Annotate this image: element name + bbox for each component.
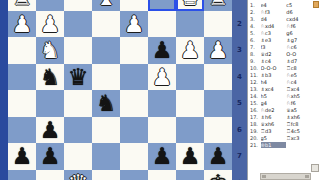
chess-app-window: ♜♝♚♜♟♟♟♞♟♟♟♞♛♟♞♟♟♟♟♟♟♛♚ 12345678 1.e4c52…: [0, 0, 320, 180]
square-c7[interactable]: ♟: [148, 143, 176, 170]
square-h4[interactable]: [8, 64, 36, 91]
black-king-piece: ♚: [208, 170, 229, 180]
white-move-cell[interactable]: f3: [261, 44, 287, 50]
square-c3[interactable]: ♟: [148, 37, 176, 64]
black-pawn-piece: ♟: [152, 143, 173, 169]
move-number: 2.: [250, 9, 261, 15]
rank-label-2: 2: [232, 20, 247, 28]
white-pawn-piece: ♟: [152, 64, 173, 90]
move-number: 5.: [250, 30, 261, 36]
square-e4[interactable]: [92, 64, 120, 91]
move-row-12: 12.h4♘c4: [250, 79, 312, 86]
rank-label-3: 3: [232, 46, 247, 54]
black-move-cell[interactable]: ♖fc8: [286, 121, 312, 127]
resize-grip[interactable]: [311, 164, 319, 172]
square-f1[interactable]: [64, 0, 92, 11]
white-move-cell[interactable]: ♖d3: [261, 128, 287, 134]
square-f2[interactable]: [64, 11, 92, 38]
square-g8[interactable]: [36, 170, 64, 181]
black-move-cell[interactable]: ♘c4: [286, 79, 312, 85]
move-number: 13.: [250, 86, 261, 92]
white-move-cell[interactable]: d4: [261, 16, 287, 22]
square-b3[interactable]: ♟: [176, 37, 204, 64]
black-move-cell[interactable]: ♘c6: [286, 44, 312, 50]
black-move-cell[interactable]: d6: [286, 9, 312, 15]
square-h3[interactable]: [8, 37, 36, 64]
white-knight-piece: ♞: [40, 37, 61, 63]
square-f5[interactable]: [64, 90, 92, 117]
move-list-panel: 1.e4c52.♘f3d63.d4cxd44.♘xd4♘f65.♘c3g66.♗…: [247, 0, 320, 180]
square-f3[interactable]: [64, 37, 92, 64]
move-number: 12.: [250, 79, 261, 85]
square-a5[interactable]: [204, 90, 232, 117]
square-e6[interactable]: [92, 117, 120, 144]
move-number: 3.: [250, 16, 261, 22]
window-left-edge: [0, 0, 8, 180]
black-knight-piece: ♞: [40, 64, 61, 90]
move-row-3: 3.d4cxd4: [250, 15, 312, 22]
black-pawn-piece: ♟: [180, 143, 201, 169]
move-number: 7.: [250, 44, 261, 50]
black-move-cell[interactable]: ♖4c5: [286, 128, 312, 134]
white-pawn-piece: ♟: [12, 11, 33, 37]
square-a3[interactable]: ♟: [204, 37, 232, 64]
square-b6[interactable]: [176, 117, 204, 144]
square-h8[interactable]: [8, 170, 36, 181]
black-knight-piece: ♞: [96, 90, 117, 116]
rank-label-4: 4: [232, 73, 247, 81]
white-pawn-piece: ♟: [124, 11, 145, 37]
square-e2[interactable]: [92, 11, 120, 38]
white-queen-piece: ♛: [68, 170, 89, 180]
square-a2[interactable]: [204, 11, 232, 38]
rank-label-1: 1: [232, 0, 247, 1]
move-row-8: 8.♕d2O-O: [250, 50, 312, 57]
white-move-cell[interactable]: ♕d2: [261, 51, 287, 57]
square-d4[interactable]: [120, 64, 148, 91]
white-move-cell[interactable]: ♔b1: [261, 142, 287, 148]
square-a8[interactable]: ♚: [204, 170, 232, 181]
white-move-cell[interactable]: O-O-O: [261, 65, 287, 71]
black-move-cell[interactable]: ♗d7: [286, 58, 312, 64]
black-move-cell[interactable]: ♘f6: [286, 23, 312, 29]
move-row-1: 1.e4c5: [250, 1, 312, 8]
white-move-cell[interactable]: ♗e3: [261, 37, 287, 43]
move-row-2: 2.♘f3d6: [250, 8, 312, 15]
black-move-cell[interactable]: g6: [286, 30, 312, 36]
white-move-cell[interactable]: ♘f3: [261, 9, 287, 15]
black-pawn-piece: ♟: [152, 37, 173, 63]
square-d8[interactable]: [120, 170, 148, 181]
square-d3[interactable]: [120, 37, 148, 64]
move-number: 4.: [250, 23, 261, 29]
black-move-cell[interactable]: ♖xc4: [286, 86, 312, 92]
black-move-cell[interactable]: ♕a5: [286, 107, 312, 113]
square-e8[interactable]: [92, 170, 120, 181]
move-row-4: 4.♘xd4♘f6: [250, 22, 312, 29]
white-king-piece: ♚: [180, 0, 201, 10]
square-e3[interactable]: [92, 37, 120, 64]
move-row-20: 20.g5♖xc3: [250, 135, 312, 142]
black-move-cell[interactable]: ♖c8: [286, 65, 312, 71]
square-d7[interactable]: [120, 143, 148, 170]
move-number: 8.: [250, 51, 261, 57]
square-a6[interactable]: [204, 117, 232, 144]
square-c1[interactable]: [148, 0, 176, 11]
move-number: 17.: [250, 114, 261, 120]
move-list[interactable]: 1.e4c52.♘f3d63.d4cxd44.♘xd4♘f65.♘c3g66.♗…: [250, 1, 312, 149]
square-g7[interactable]: ♟: [36, 143, 64, 170]
move-row-18: 18.♕xh6♖fc8: [250, 121, 312, 128]
white-pawn-piece: ♟: [40, 11, 61, 37]
white-rook-piece: ♜: [12, 0, 33, 10]
move-row-13: 13.♗xc4♖xc4: [250, 86, 312, 93]
square-c5[interactable]: [148, 90, 176, 117]
scroll-left-icon[interactable]: [262, 175, 266, 178]
white-pawn-piece: ♟: [208, 37, 229, 63]
black-move-cell[interactable]: O-O: [286, 51, 312, 57]
rank-label-6: 6: [232, 126, 247, 134]
square-g2[interactable]: ♟: [36, 11, 64, 38]
black-move-cell[interactable]: ♘xh5: [286, 93, 312, 99]
black-pawn-piece: ♟: [40, 143, 61, 169]
black-pawn-piece: ♟: [40, 117, 61, 143]
black-queen-piece: ♛: [68, 64, 89, 90]
move-row-10: 10.O-O-O♖c8: [250, 64, 312, 71]
white-move-cell[interactable]: ♘de2: [261, 107, 287, 113]
move-row-21: 21.♔b1: [250, 142, 312, 149]
move-number: 19.: [250, 128, 261, 134]
white-pawn-piece: ♟: [180, 37, 201, 63]
black-move-cell[interactable]: ♘e5: [286, 72, 312, 78]
chess-board: ♜♝♚♜♟♟♟♞♟♟♟♞♛♟♞♟♟♟♟♟♟♛♚: [8, 0, 232, 180]
black-move-cell[interactable]: ♘f6: [286, 100, 312, 106]
square-c4[interactable]: ♟: [148, 64, 176, 91]
white-move-cell[interactable]: ♘xd4: [261, 23, 287, 29]
white-move-cell[interactable]: ♗c4: [261, 58, 287, 64]
move-row-9: 9.♗c4♗d7: [250, 57, 312, 64]
rank-label-8: 8: [232, 179, 247, 180]
square-b7[interactable]: ♟: [176, 143, 204, 170]
move-number: 10.: [250, 65, 261, 71]
square-a7[interactable]: ♟: [204, 143, 232, 170]
white-move-cell[interactable]: ♗b3: [261, 72, 287, 78]
move-number: 14.: [250, 93, 261, 99]
move-number: 6.: [250, 37, 261, 43]
move-row-6: 6.♗e3♗g7: [250, 36, 312, 43]
square-d6[interactable]: [120, 117, 148, 144]
move-number: 18.: [250, 121, 261, 127]
square-b8[interactable]: [176, 170, 204, 181]
white-move-cell[interactable]: ♗xc4: [261, 86, 287, 92]
square-g4[interactable]: ♞: [36, 64, 64, 91]
horizontal-scrollbar[interactable]: [260, 173, 311, 180]
black-pawn-piece: ♟: [208, 143, 229, 169]
move-row-11: 11.♗b3♘e5: [250, 71, 312, 78]
move-row-19: 19.♖d3♖4c5: [250, 128, 312, 135]
move-number: 15.: [250, 100, 261, 106]
square-b1[interactable]: ♚: [176, 0, 204, 11]
square-e5[interactable]: ♞: [92, 90, 120, 117]
white-move-cell[interactable]: g5: [261, 135, 287, 141]
move-number: 1.: [250, 2, 261, 8]
move-row-7: 7.f3♘c6: [250, 43, 312, 50]
move-row-16: 16.♘de2♕a5: [250, 107, 312, 114]
square-a4[interactable]: [204, 64, 232, 91]
black-move-cell[interactable]: c5: [286, 2, 312, 8]
square-g1[interactable]: [36, 0, 64, 11]
square-c6[interactable]: [148, 117, 176, 144]
square-b2[interactable]: [176, 11, 204, 38]
square-c8[interactable]: [148, 170, 176, 181]
square-d1[interactable]: [120, 0, 148, 11]
square-b4[interactable]: [176, 64, 204, 91]
black-pawn-piece: ♟: [12, 143, 33, 169]
square-f4[interactable]: ♛: [64, 64, 92, 91]
move-number: 21.: [250, 142, 261, 148]
square-f7[interactable]: [64, 143, 92, 170]
move-number: 16.: [250, 107, 261, 113]
chess-board-area: ♜♝♚♜♟♟♟♞♟♟♟♞♛♟♞♟♟♟♟♟♟♛♚: [8, 0, 232, 180]
square-h6[interactable]: [8, 117, 36, 144]
white-move-cell[interactable]: e4: [261, 2, 287, 8]
move-number: 20.: [250, 135, 261, 141]
square-h7[interactable]: ♟: [8, 143, 36, 170]
move-row-5: 5.♘c3g6: [250, 29, 312, 36]
move-row-15: 15.g4♘f6: [250, 100, 312, 107]
black-move-cell[interactable]: cxd4: [286, 16, 312, 22]
square-a1[interactable]: ♜: [204, 0, 232, 11]
square-f8[interactable]: ♛: [64, 170, 92, 181]
square-h1[interactable]: ♜: [8, 0, 36, 11]
move-row-14: 14.h5♘xh5: [250, 93, 312, 100]
black-move-cell[interactable]: ♖xc3: [286, 135, 312, 141]
move-number: 9.: [250, 58, 261, 64]
white-move-cell[interactable]: h5: [261, 93, 287, 99]
square-b5[interactable]: [176, 90, 204, 117]
square-h2[interactable]: ♟: [8, 11, 36, 38]
square-g3[interactable]: ♞: [36, 37, 64, 64]
square-c2[interactable]: [148, 11, 176, 38]
square-f6[interactable]: [64, 117, 92, 144]
white-rook-piece: ♜: [208, 0, 229, 10]
move-row-17: 17.♗h6♗xh6: [250, 114, 312, 121]
square-d2[interactable]: ♟: [120, 11, 148, 38]
scroll-right-icon[interactable]: [305, 175, 309, 178]
white-move-cell[interactable]: ♕xh6: [261, 121, 287, 127]
square-e1[interactable]: ♝: [92, 0, 120, 11]
square-g6[interactable]: ♟: [36, 117, 64, 144]
white-move-cell[interactable]: g4: [261, 100, 287, 106]
black-move-cell[interactable]: ♗xh6: [286, 114, 312, 120]
move-number: 11.: [250, 72, 261, 78]
square-h5[interactable]: [8, 90, 36, 117]
black-move-cell[interactable]: ♗g7: [286, 37, 312, 43]
white-move-cell[interactable]: h4: [261, 79, 287, 85]
square-d5[interactable]: [120, 90, 148, 117]
rank-label-7: 7: [232, 152, 247, 160]
white-bishop-piece: ♝: [96, 0, 117, 10]
white-move-cell[interactable]: ♘c3: [261, 30, 287, 36]
rank-label-5: 5: [232, 99, 247, 107]
square-e7[interactable]: [92, 143, 120, 170]
scroll-up-button[interactable]: [313, 1, 319, 8]
square-g5[interactable]: [36, 90, 64, 117]
white-move-cell[interactable]: ♗h6: [261, 114, 287, 120]
rank-coordinate-strip: 12345678: [232, 0, 247, 180]
